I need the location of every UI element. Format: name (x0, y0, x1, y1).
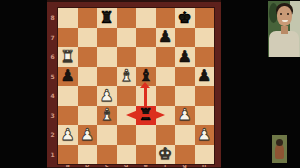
piece-black-pawn-h5: ♟ (197, 68, 211, 84)
rank-label-4: 4 (48, 86, 57, 106)
square-d7[interactable] (117, 28, 137, 48)
rank-label-6: 6 (48, 47, 57, 67)
square-h5[interactable]: ♟ (195, 67, 215, 87)
square-b3[interactable] (78, 106, 98, 126)
square-f2[interactable] (156, 125, 176, 145)
square-a5[interactable]: ♟ (58, 67, 78, 87)
square-g5[interactable] (175, 67, 195, 87)
square-f5[interactable] (156, 67, 176, 87)
piece-black-pawn-a5: ♟ (61, 68, 75, 84)
square-h7[interactable] (195, 28, 215, 48)
square-e5[interactable]: ♝ (136, 67, 156, 87)
square-a6[interactable]: ♜ (58, 47, 78, 67)
square-f8[interactable] (156, 8, 176, 28)
square-a2[interactable]: ♟ (58, 125, 78, 145)
square-b5[interactable] (78, 67, 98, 87)
square-g8[interactable]: ♚ (175, 8, 195, 28)
square-f1[interactable]: ♚ (156, 145, 176, 165)
thumbnail-figure-head (276, 139, 283, 146)
square-b4[interactable] (78, 86, 98, 106)
square-b6[interactable] (78, 47, 98, 67)
square-c8[interactable]: ♜ (97, 8, 117, 28)
presenter-neck (281, 26, 288, 34)
square-c4[interactable]: ♟ (97, 86, 117, 106)
square-e2[interactable] (136, 125, 156, 145)
piece-white-pawn-a2: ♟ (61, 127, 75, 143)
square-d6[interactable] (117, 47, 137, 67)
square-f6[interactable] (156, 47, 176, 67)
square-e1[interactable] (136, 145, 156, 165)
square-h1[interactable] (195, 145, 215, 165)
piece-black-rook-e3: ♜ (139, 107, 153, 123)
square-h2[interactable]: ♟ (195, 125, 215, 145)
presenter-eye-right (287, 13, 289, 15)
square-c6[interactable] (97, 47, 117, 67)
piece-black-king-g8: ♚ (178, 10, 192, 26)
square-a1[interactable] (58, 145, 78, 165)
square-b7[interactable] (78, 28, 98, 48)
square-d2[interactable] (117, 125, 137, 145)
square-g6[interactable]: ♟ (175, 47, 195, 67)
rank-label-8: 8 (48, 8, 57, 28)
square-g3[interactable]: ♟ (175, 106, 195, 126)
square-c7[interactable] (97, 28, 117, 48)
corner-thumbnail (272, 135, 287, 163)
square-c5[interactable] (97, 67, 117, 87)
piece-white-pawn-g3: ♟ (178, 107, 192, 123)
square-d1[interactable] (117, 145, 137, 165)
square-f7[interactable]: ♟ (156, 28, 176, 48)
presenter-face (277, 6, 292, 26)
rank-label-2: 2 (48, 125, 57, 145)
square-b8[interactable] (78, 8, 98, 28)
piece-white-bishop-d5: ♝ (119, 68, 133, 84)
square-e3[interactable]: ♜ (136, 106, 156, 126)
square-a8[interactable] (58, 8, 78, 28)
frame-top-edge (47, 0, 221, 2)
piece-white-rook-a6: ♜ (61, 49, 75, 65)
square-g4[interactable] (175, 86, 195, 106)
piece-white-pawn-c4: ♟ (100, 88, 114, 104)
square-g2[interactable] (175, 125, 195, 145)
square-h6[interactable] (195, 47, 215, 67)
square-e4[interactable] (136, 86, 156, 106)
presenter-shirt (269, 31, 299, 57)
square-g1[interactable] (175, 145, 195, 165)
square-f4[interactable] (156, 86, 176, 106)
video-frame: 87654321 abcdefgh ♜♚♟♜♟♟♝♝♟♟♝♜♟♟♟♟♚ (0, 0, 300, 168)
piece-black-pawn-g6: ♟ (178, 49, 192, 65)
presenter-webcam (268, 1, 300, 57)
piece-black-pawn-f7: ♟ (158, 29, 172, 45)
piece-white-pawn-h2: ♟ (197, 127, 211, 143)
presenter-eye-left (280, 13, 282, 15)
square-b2[interactable]: ♟ (78, 125, 98, 145)
thumbnail-figure (275, 144, 284, 159)
rank-label-7: 7 (48, 28, 57, 48)
square-a7[interactable] (58, 28, 78, 48)
square-d3[interactable] (117, 106, 137, 126)
square-a4[interactable] (58, 86, 78, 106)
piece-black-bishop-e5: ♝ (139, 68, 153, 84)
square-f3[interactable] (156, 106, 176, 126)
piece-white-bishop-c3: ♝ (100, 107, 114, 123)
square-b1[interactable] (78, 145, 98, 165)
piece-black-rook-c8: ♜ (100, 10, 114, 26)
rank-label-1: 1 (48, 145, 57, 165)
chess-board: ♜♚♟♜♟♟♝♝♟♟♝♜♟♟♟♟♚ (58, 8, 214, 164)
rank-label-3: 3 (48, 106, 57, 126)
square-d4[interactable] (117, 86, 137, 106)
piece-white-king-f1: ♚ (158, 146, 172, 162)
square-d8[interactable] (117, 8, 137, 28)
square-h4[interactable] (195, 86, 215, 106)
square-h3[interactable] (195, 106, 215, 126)
square-e6[interactable] (136, 47, 156, 67)
square-d5[interactable]: ♝ (117, 67, 137, 87)
square-g7[interactable] (175, 28, 195, 48)
board-frame: 87654321 abcdefgh ♜♚♟♜♟♟♝♝♟♟♝♜♟♟♟♟♚ (47, 0, 221, 168)
square-h8[interactable] (195, 8, 215, 28)
square-c3[interactable]: ♝ (97, 106, 117, 126)
rank-label-5: 5 (48, 67, 57, 87)
piece-white-pawn-b2: ♟ (80, 127, 94, 143)
square-e7[interactable] (136, 28, 156, 48)
square-c2[interactable] (97, 125, 117, 145)
square-e8[interactable] (136, 8, 156, 28)
square-a3[interactable] (58, 106, 78, 126)
square-c1[interactable] (97, 145, 117, 165)
